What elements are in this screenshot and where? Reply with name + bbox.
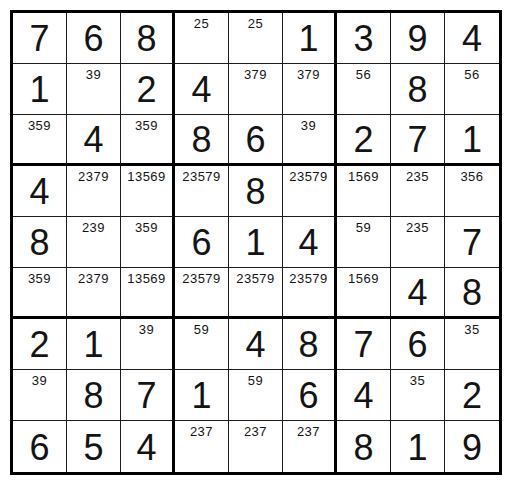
cell-r6c7[interactable]: 1569 [337,268,391,319]
cell-r3c3[interactable]: 359 [121,115,175,166]
cell-value: 8 [191,120,211,158]
cell-r4c6[interactable]: 23579 [283,166,337,217]
cell-value: 4 [298,223,318,261]
cell-candidates: 23579 [175,169,228,184]
cell-value: 4 [191,70,211,108]
cell-r7c4[interactable]: 59 [175,319,229,370]
cell-r5c7[interactable]: 59 [337,217,391,268]
cell-candidates: 35 [391,373,444,388]
cell-r2c2[interactable]: 39 [67,64,121,115]
cell-r7c9[interactable]: 35 [445,319,499,370]
cell-r2c4[interactable]: 4 [175,64,229,115]
cell-candidates: 13569 [121,169,172,184]
cell-r5c3[interactable]: 359 [121,217,175,268]
cell-r6c9[interactable]: 8 [445,268,499,319]
cell-candidates: 39 [283,118,334,133]
cell-candidates: 56 [445,67,499,82]
cell-candidates: 39 [121,322,172,337]
cell-candidates: 235 [391,220,444,235]
cell-value: 8 [462,273,482,311]
cell-value: 4 [462,19,482,57]
cell-r4c2[interactable]: 2379 [67,166,121,217]
cell-r8c1[interactable]: 39 [13,370,67,421]
cell-value: 7 [462,223,482,261]
cell-candidates: 25 [175,16,228,31]
cell-r8c2[interactable]: 8 [67,370,121,421]
cell-value: 8 [29,223,49,261]
cell-value: 8 [298,325,318,363]
cell-r8c5[interactable]: 59 [229,370,283,421]
cell-r9c8[interactable]: 1 [391,421,445,472]
cell-value: 1 [298,19,318,57]
cell-candidates: 359 [13,271,66,286]
cell-r7c3[interactable]: 39 [121,319,175,370]
cell-r5c4[interactable]: 6 [175,217,229,268]
cell-r3c5[interactable]: 6 [229,115,283,166]
cell-value: 8 [353,428,373,466]
cell-r2c9[interactable]: 56 [445,64,499,115]
cell-r3c2[interactable]: 4 [67,115,121,166]
cell-candidates: 359 [121,118,172,133]
cell-candidates: 2379 [67,271,120,286]
cell-r9c9[interactable]: 9 [445,421,499,472]
cell-candidates: 59 [337,220,390,235]
cell-candidates: 23579 [283,169,334,184]
cell-r4c1[interactable]: 4 [13,166,67,217]
cell-r9c1[interactable]: 6 [13,421,67,472]
cell-r7c1[interactable]: 2 [13,319,67,370]
cell-value: 8 [407,70,427,108]
cell-r4c3[interactable]: 13569 [121,166,175,217]
cell-value: 4 [407,273,427,311]
cell-candidates: 39 [13,373,66,388]
cell-value: 6 [191,223,211,261]
cell-candidates: 379 [283,67,334,82]
cell-r8c7[interactable]: 4 [337,370,391,421]
cell-value: 1 [407,428,427,466]
cell-value: 4 [29,172,49,210]
cell-candidates: 2379 [67,169,120,184]
cell-r3c1[interactable]: 359 [13,115,67,166]
cell-r1c2[interactable]: 6 [67,13,121,64]
cell-r1c3[interactable]: 8 [121,13,175,64]
cell-value: 9 [462,428,482,466]
cell-r2c7[interactable]: 56 [337,64,391,115]
cell-r8c9[interactable]: 2 [445,370,499,421]
cell-value: 6 [245,120,265,158]
cell-r7c6[interactable]: 8 [283,319,337,370]
cell-value: 8 [245,172,265,210]
cell-r5c2[interactable]: 239 [67,217,121,268]
cell-candidates: 23579 [283,271,334,286]
cell-value: 1 [83,325,103,363]
cell-value: 1 [462,120,482,158]
cell-value: 1 [245,223,265,261]
cell-r3c4[interactable]: 8 [175,115,229,166]
cell-candidates: 235 [391,169,444,184]
cell-candidates: 23579 [229,271,282,286]
cell-r3c6[interactable]: 39 [283,115,337,166]
cell-r7c5[interactable]: 4 [229,319,283,370]
cell-r1c8[interactable]: 9 [391,13,445,64]
cell-value: 8 [136,19,156,57]
cell-value: 6 [83,19,103,57]
cell-r4c5[interactable]: 8 [229,166,283,217]
cell-value: 6 [407,325,427,363]
cell-r1c5[interactable]: 25 [229,13,283,64]
cell-candidates: 379 [229,67,282,82]
cell-value: 4 [245,325,265,363]
cell-value: 2 [29,325,49,363]
cell-value: 6 [298,376,318,414]
cell-r2c3[interactable]: 2 [121,64,175,115]
cell-r8c3[interactable]: 7 [121,370,175,421]
cell-r5c8[interactable]: 235 [391,217,445,268]
cell-r7c7[interactable]: 7 [337,319,391,370]
cell-r3c9[interactable]: 1 [445,115,499,166]
cell-value: 2 [136,70,156,108]
cell-candidates: 239 [67,220,120,235]
cell-r1c4[interactable]: 25 [175,13,229,64]
cell-r5c5[interactable]: 1 [229,217,283,268]
cell-value: 4 [136,428,156,466]
cell-value: 7 [29,19,49,57]
cell-value: 6 [29,428,49,466]
cell-candidates: 359 [13,118,66,133]
cell-r4c7[interactable]: 1569 [337,166,391,217]
cell-r5c1[interactable]: 8 [13,217,67,268]
cell-value: 5 [83,428,103,466]
cell-candidates: 13569 [121,271,172,286]
cell-value: 7 [136,376,156,414]
cell-candidates: 1569 [337,271,390,286]
cell-r9c7[interactable]: 8 [337,421,391,472]
cell-value: 3 [353,19,373,57]
cell-candidates: 1569 [337,169,390,184]
cell-r7c8[interactable]: 6 [391,319,445,370]
cell-candidates: 56 [337,67,390,82]
cell-r4c8[interactable]: 235 [391,166,445,217]
cell-r3c8[interactable]: 7 [391,115,445,166]
cell-r6c2[interactable]: 2379 [67,268,121,319]
cell-r4c4[interactable]: 23579 [175,166,229,217]
cell-candidates: 237 [283,424,334,439]
cell-value: 8 [83,376,103,414]
cell-value: 4 [83,120,103,158]
cell-r2c6[interactable]: 379 [283,64,337,115]
cell-r1c6[interactable]: 1 [283,13,337,64]
cell-value: 4 [353,376,373,414]
cell-r9c3[interactable]: 4 [121,421,175,472]
cell-r2c5[interactable]: 379 [229,64,283,115]
sudoku-page: 7682525139413924379379568563594359863927… [0,0,506,480]
cell-candidates: 59 [229,373,282,388]
cell-value: 9 [407,19,427,57]
cell-candidates: 59 [175,322,228,337]
cell-r4c9[interactable]: 356 [445,166,499,217]
cell-candidates: 23579 [175,271,228,286]
cell-candidates: 356 [445,169,499,184]
cell-value: 1 [29,70,49,108]
cell-r2c1[interactable]: 1 [13,64,67,115]
cell-r5c9[interactable]: 7 [445,217,499,268]
sudoku-board: 7682525139413924379379568563594359863927… [10,10,502,475]
cell-r1c1[interactable]: 7 [13,13,67,64]
cell-r9c4[interactable]: 237 [175,421,229,472]
cell-r9c2[interactable]: 5 [67,421,121,472]
cell-candidates: 237 [175,424,228,439]
cell-r6c8[interactable]: 4 [391,268,445,319]
cell-r2c8[interactable]: 8 [391,64,445,115]
cell-value: 2 [462,376,482,414]
cell-value: 2 [353,120,373,158]
cell-r6c5[interactable]: 23579 [229,268,283,319]
cell-r8c8[interactable]: 35 [391,370,445,421]
cell-candidates: 39 [67,67,120,82]
cell-r9c5[interactable]: 237 [229,421,283,472]
cell-r8c4[interactable]: 1 [175,370,229,421]
cell-r6c6[interactable]: 23579 [283,268,337,319]
cell-r8c6[interactable]: 6 [283,370,337,421]
cell-candidates: 237 [229,424,282,439]
cell-candidates: 359 [121,220,172,235]
cell-r1c9[interactable]: 4 [445,13,499,64]
cell-r6c4[interactable]: 23579 [175,268,229,319]
cell-value: 7 [353,325,373,363]
cell-r9c6[interactable]: 237 [283,421,337,472]
cell-r1c7[interactable]: 3 [337,13,391,64]
cell-r6c3[interactable]: 13569 [121,268,175,319]
cell-r7c2[interactable]: 1 [67,319,121,370]
cell-value: 1 [191,376,211,414]
cell-candidates: 35 [445,322,499,337]
cell-r6c1[interactable]: 359 [13,268,67,319]
cell-r3c7[interactable]: 2 [337,115,391,166]
cell-r5c6[interactable]: 4 [283,217,337,268]
cell-candidates: 25 [229,16,282,31]
cell-value: 7 [407,120,427,158]
